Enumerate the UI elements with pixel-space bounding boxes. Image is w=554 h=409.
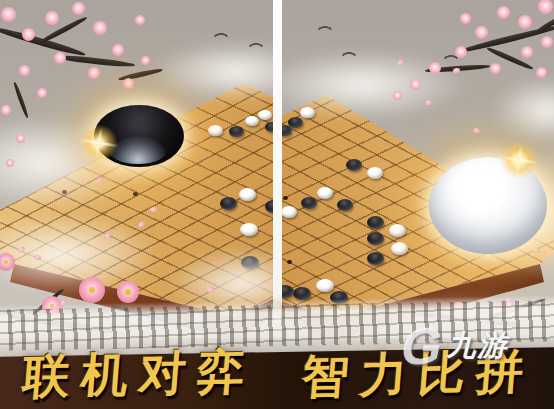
blossom-flower: [93, 21, 107, 35]
go-stone-black: [337, 199, 353, 211]
blossom-flower: [536, 67, 547, 78]
blossom-flower: [22, 28, 35, 41]
giant-white-stone: [429, 157, 547, 254]
go-stone-black: [229, 126, 244, 137]
go-stone-white: [389, 224, 406, 237]
bird-icon: [248, 43, 264, 51]
go-stone-white: [367, 167, 383, 179]
go-stone-white: [316, 279, 334, 292]
petal: [472, 127, 480, 134]
bird-icon: [213, 33, 229, 41]
blossom-flower: [117, 281, 139, 303]
blossom-flower: [112, 44, 124, 56]
blossom-flower: [88, 67, 100, 79]
star-point: [283, 196, 288, 200]
blossom-flower: [123, 78, 134, 89]
go-stone-black: [293, 287, 311, 300]
bird-icon: [317, 26, 333, 34]
blossom-flower: [16, 134, 25, 143]
panel-divider: [273, 0, 282, 346]
go-stone-white: [239, 188, 256, 201]
watermark-text: 九游: [446, 326, 508, 366]
go-game-promo: 联机对弈 智力比拼 G 九游: [0, 0, 554, 409]
gold-sparkle-icon: [80, 124, 118, 162]
giant-black-stone: [94, 105, 184, 167]
blossom-flower: [141, 56, 150, 65]
blossom-flower: [37, 88, 47, 98]
stone-highlight: [446, 167, 500, 200]
go-stone-black: [367, 216, 384, 229]
blossom-flower: [54, 52, 66, 64]
blossom-flower: [1, 105, 11, 115]
go-stone-white: [245, 116, 259, 126]
gold-sparkle-icon: [500, 141, 538, 179]
go-stone-white: [391, 242, 408, 255]
9game-logo-icon: G: [396, 318, 448, 374]
blossom-flower: [6, 159, 14, 167]
blossom-branch: [13, 81, 30, 118]
blossom-flower: [497, 6, 510, 19]
go-stone-white: [240, 223, 258, 236]
blossom-flower: [429, 62, 441, 74]
go-stone-black: [367, 232, 384, 245]
blossom-flower: [393, 91, 402, 100]
blossom-flower: [538, 0, 553, 14]
star-point: [287, 260, 292, 264]
blossom-flower: [475, 26, 488, 39]
mist-cloud: [277, 50, 467, 120]
blossom-flower: [135, 15, 145, 25]
go-stone-black: [220, 197, 237, 210]
star-point: [133, 192, 138, 196]
go-stone-black: [367, 252, 384, 265]
blossom-flower: [79, 277, 105, 303]
go-stone-black: [301, 197, 317, 209]
blossom-flower: [460, 13, 471, 24]
blossom-flower: [455, 46, 467, 58]
go-stone-white: [317, 187, 333, 199]
watermark-9game: G 九游: [402, 318, 532, 374]
blossom-flower: [19, 65, 30, 76]
mist-cloud: [492, 78, 554, 143]
blossom-flower: [541, 36, 553, 48]
go-stone-white: [281, 206, 297, 218]
blossom-flower: [1, 7, 16, 22]
blossom-branch: [55, 54, 135, 68]
blossom-flower: [521, 46, 533, 58]
blossom-flower: [45, 11, 59, 25]
blossom-flower: [518, 15, 532, 29]
blossom-flower: [410, 79, 421, 90]
go-stone-black: [346, 159, 362, 171]
banner-text-left: 联机对弈: [5, 338, 273, 409]
blossom-flower: [72, 2, 85, 15]
bird-icon: [341, 52, 357, 60]
go-stone-white: [258, 110, 272, 120]
go-stone-white: [208, 125, 223, 136]
blossom-flower: [490, 63, 501, 74]
